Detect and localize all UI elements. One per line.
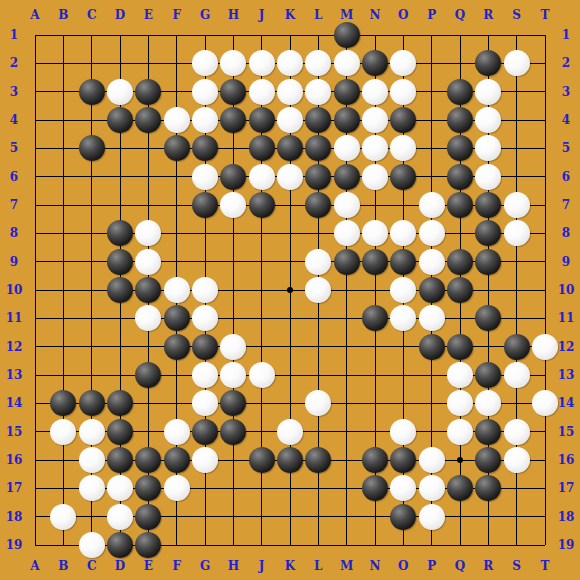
intersection-B7[interactable]	[49, 191, 77, 219]
intersection-J8[interactable]	[247, 219, 275, 247]
intersection-L8[interactable]	[304, 219, 332, 247]
intersection-Q4[interactable]	[446, 106, 474, 134]
intersection-B11[interactable]	[49, 304, 77, 332]
intersection-T4[interactable]	[531, 106, 559, 134]
intersection-C8[interactable]	[77, 219, 105, 247]
intersection-L4[interactable]	[304, 106, 332, 134]
intersection-C7[interactable]	[77, 191, 105, 219]
intersection-M5[interactable]	[332, 134, 360, 162]
intersection-L13[interactable]	[304, 361, 332, 389]
intersection-E5[interactable]	[134, 134, 162, 162]
intersection-O15[interactable]	[389, 417, 417, 445]
intersection-L5[interactable]	[304, 134, 332, 162]
intersection-K13[interactable]	[276, 361, 304, 389]
intersection-S15[interactable]	[502, 417, 530, 445]
intersection-H17[interactable]	[219, 474, 247, 502]
intersection-J11[interactable]	[247, 304, 275, 332]
intersection-R10[interactable]	[474, 276, 502, 304]
intersection-R4[interactable]	[474, 106, 502, 134]
intersection-H9[interactable]	[219, 247, 247, 275]
intersection-Q10[interactable]	[446, 276, 474, 304]
intersection-J4[interactable]	[247, 106, 275, 134]
intersection-L1[interactable]	[304, 21, 332, 49]
intersection-M4[interactable]	[332, 106, 360, 134]
intersection-E15[interactable]	[134, 417, 162, 445]
intersection-K9[interactable]	[276, 247, 304, 275]
intersection-O13[interactable]	[389, 361, 417, 389]
intersection-E19[interactable]	[134, 531, 162, 559]
intersection-H19[interactable]	[219, 531, 247, 559]
intersection-R9[interactable]	[474, 247, 502, 275]
intersection-A13[interactable]	[21, 361, 49, 389]
intersection-N6[interactable]	[361, 162, 389, 190]
intersection-A2[interactable]	[21, 49, 49, 77]
intersection-C12[interactable]	[77, 332, 105, 360]
intersection-J18[interactable]	[247, 502, 275, 530]
intersection-B9[interactable]	[49, 247, 77, 275]
intersection-K8[interactable]	[276, 219, 304, 247]
intersection-G4[interactable]	[191, 106, 219, 134]
intersection-L15[interactable]	[304, 417, 332, 445]
intersection-L12[interactable]	[304, 332, 332, 360]
intersection-A8[interactable]	[21, 219, 49, 247]
intersection-M1[interactable]	[332, 21, 360, 49]
intersection-N4[interactable]	[361, 106, 389, 134]
intersection-L16[interactable]	[304, 446, 332, 474]
intersection-B15[interactable]	[49, 417, 77, 445]
intersection-A15[interactable]	[21, 417, 49, 445]
intersection-H5[interactable]	[219, 134, 247, 162]
intersection-O19[interactable]	[389, 531, 417, 559]
intersection-N11[interactable]	[361, 304, 389, 332]
intersection-P8[interactable]	[417, 219, 445, 247]
intersection-A10[interactable]	[21, 276, 49, 304]
intersection-K5[interactable]	[276, 134, 304, 162]
intersection-H1[interactable]	[219, 21, 247, 49]
intersection-H2[interactable]	[219, 49, 247, 77]
intersection-Q5[interactable]	[446, 134, 474, 162]
intersection-S3[interactable]	[502, 77, 530, 105]
intersection-S7[interactable]	[502, 191, 530, 219]
intersection-R11[interactable]	[474, 304, 502, 332]
intersection-C17[interactable]	[77, 474, 105, 502]
intersection-R7[interactable]	[474, 191, 502, 219]
intersection-H7[interactable]	[219, 191, 247, 219]
intersection-C2[interactable]	[77, 49, 105, 77]
intersection-S5[interactable]	[502, 134, 530, 162]
intersection-N3[interactable]	[361, 77, 389, 105]
intersection-T13[interactable]	[531, 361, 559, 389]
intersection-F3[interactable]	[162, 77, 190, 105]
intersection-D16[interactable]	[106, 446, 134, 474]
intersection-P4[interactable]	[417, 106, 445, 134]
intersection-B12[interactable]	[49, 332, 77, 360]
intersection-G5[interactable]	[191, 134, 219, 162]
intersection-O6[interactable]	[389, 162, 417, 190]
intersection-N12[interactable]	[361, 332, 389, 360]
intersection-H11[interactable]	[219, 304, 247, 332]
intersection-N10[interactable]	[361, 276, 389, 304]
intersection-M11[interactable]	[332, 304, 360, 332]
intersection-N2[interactable]	[361, 49, 389, 77]
intersection-S16[interactable]	[502, 446, 530, 474]
intersection-P7[interactable]	[417, 191, 445, 219]
intersection-M14[interactable]	[332, 389, 360, 417]
intersection-J19[interactable]	[247, 531, 275, 559]
intersection-C10[interactable]	[77, 276, 105, 304]
intersection-G3[interactable]	[191, 77, 219, 105]
intersection-L10[interactable]	[304, 276, 332, 304]
intersection-H14[interactable]	[219, 389, 247, 417]
intersection-L7[interactable]	[304, 191, 332, 219]
intersection-F14[interactable]	[162, 389, 190, 417]
intersection-P18[interactable]	[417, 502, 445, 530]
intersection-G16[interactable]	[191, 446, 219, 474]
intersection-B14[interactable]	[49, 389, 77, 417]
intersection-K6[interactable]	[276, 162, 304, 190]
intersection-C15[interactable]	[77, 417, 105, 445]
intersection-Q13[interactable]	[446, 361, 474, 389]
intersection-C5[interactable]	[77, 134, 105, 162]
intersection-S19[interactable]	[502, 531, 530, 559]
intersection-R8[interactable]	[474, 219, 502, 247]
intersection-Q2[interactable]	[446, 49, 474, 77]
intersection-D1[interactable]	[106, 21, 134, 49]
intersection-L17[interactable]	[304, 474, 332, 502]
intersection-J16[interactable]	[247, 446, 275, 474]
intersection-D11[interactable]	[106, 304, 134, 332]
intersection-F16[interactable]	[162, 446, 190, 474]
intersection-J12[interactable]	[247, 332, 275, 360]
intersection-E8[interactable]	[134, 219, 162, 247]
intersection-Q12[interactable]	[446, 332, 474, 360]
intersection-K2[interactable]	[276, 49, 304, 77]
intersection-R2[interactable]	[474, 49, 502, 77]
intersection-Q17[interactable]	[446, 474, 474, 502]
intersection-A12[interactable]	[21, 332, 49, 360]
intersection-P13[interactable]	[417, 361, 445, 389]
intersection-Q9[interactable]	[446, 247, 474, 275]
intersection-B8[interactable]	[49, 219, 77, 247]
intersection-M10[interactable]	[332, 276, 360, 304]
intersection-J6[interactable]	[247, 162, 275, 190]
intersection-N19[interactable]	[361, 531, 389, 559]
intersection-T16[interactable]	[531, 446, 559, 474]
intersection-J15[interactable]	[247, 417, 275, 445]
intersection-Q14[interactable]	[446, 389, 474, 417]
intersection-D12[interactable]	[106, 332, 134, 360]
intersection-Q11[interactable]	[446, 304, 474, 332]
intersection-D5[interactable]	[106, 134, 134, 162]
intersection-T2[interactable]	[531, 49, 559, 77]
intersection-R5[interactable]	[474, 134, 502, 162]
intersection-C18[interactable]	[77, 502, 105, 530]
intersection-M18[interactable]	[332, 502, 360, 530]
intersection-Q8[interactable]	[446, 219, 474, 247]
intersection-K11[interactable]	[276, 304, 304, 332]
intersection-T17[interactable]	[531, 474, 559, 502]
intersection-A11[interactable]	[21, 304, 49, 332]
intersection-N17[interactable]	[361, 474, 389, 502]
intersection-D15[interactable]	[106, 417, 134, 445]
intersection-T7[interactable]	[531, 191, 559, 219]
intersection-N9[interactable]	[361, 247, 389, 275]
intersection-C4[interactable]	[77, 106, 105, 134]
intersection-L19[interactable]	[304, 531, 332, 559]
intersection-E16[interactable]	[134, 446, 162, 474]
intersection-H10[interactable]	[219, 276, 247, 304]
intersection-K14[interactable]	[276, 389, 304, 417]
intersection-K15[interactable]	[276, 417, 304, 445]
intersection-S1[interactable]	[502, 21, 530, 49]
intersection-P6[interactable]	[417, 162, 445, 190]
intersection-A3[interactable]	[21, 77, 49, 105]
intersection-G8[interactable]	[191, 219, 219, 247]
intersection-T19[interactable]	[531, 531, 559, 559]
intersection-E7[interactable]	[134, 191, 162, 219]
intersection-Q7[interactable]	[446, 191, 474, 219]
intersection-F13[interactable]	[162, 361, 190, 389]
intersection-M3[interactable]	[332, 77, 360, 105]
intersection-R19[interactable]	[474, 531, 502, 559]
intersection-T1[interactable]	[531, 21, 559, 49]
intersection-D7[interactable]	[106, 191, 134, 219]
intersection-J5[interactable]	[247, 134, 275, 162]
intersection-M12[interactable]	[332, 332, 360, 360]
intersection-N1[interactable]	[361, 21, 389, 49]
intersection-O10[interactable]	[389, 276, 417, 304]
intersection-K16[interactable]	[276, 446, 304, 474]
intersection-G14[interactable]	[191, 389, 219, 417]
intersection-M7[interactable]	[332, 191, 360, 219]
intersection-S4[interactable]	[502, 106, 530, 134]
intersection-K4[interactable]	[276, 106, 304, 134]
intersection-O5[interactable]	[389, 134, 417, 162]
intersection-S10[interactable]	[502, 276, 530, 304]
intersection-F6[interactable]	[162, 162, 190, 190]
intersection-N13[interactable]	[361, 361, 389, 389]
intersection-G2[interactable]	[191, 49, 219, 77]
intersection-A16[interactable]	[21, 446, 49, 474]
intersection-M8[interactable]	[332, 219, 360, 247]
intersection-S11[interactable]	[502, 304, 530, 332]
intersection-G18[interactable]	[191, 502, 219, 530]
intersection-P19[interactable]	[417, 531, 445, 559]
intersection-E14[interactable]	[134, 389, 162, 417]
intersection-J13[interactable]	[247, 361, 275, 389]
intersection-D9[interactable]	[106, 247, 134, 275]
intersection-T5[interactable]	[531, 134, 559, 162]
intersection-M19[interactable]	[332, 531, 360, 559]
intersection-R3[interactable]	[474, 77, 502, 105]
intersection-E11[interactable]	[134, 304, 162, 332]
intersection-C3[interactable]	[77, 77, 105, 105]
intersection-F1[interactable]	[162, 21, 190, 49]
intersection-H4[interactable]	[219, 106, 247, 134]
intersection-G6[interactable]	[191, 162, 219, 190]
intersection-G9[interactable]	[191, 247, 219, 275]
intersection-L18[interactable]	[304, 502, 332, 530]
intersection-D19[interactable]	[106, 531, 134, 559]
intersection-Q19[interactable]	[446, 531, 474, 559]
intersection-E2[interactable]	[134, 49, 162, 77]
intersection-D6[interactable]	[106, 162, 134, 190]
intersection-E12[interactable]	[134, 332, 162, 360]
intersection-A19[interactable]	[21, 531, 49, 559]
intersection-A1[interactable]	[21, 21, 49, 49]
intersection-H6[interactable]	[219, 162, 247, 190]
intersection-T8[interactable]	[531, 219, 559, 247]
intersection-T3[interactable]	[531, 77, 559, 105]
intersection-R18[interactable]	[474, 502, 502, 530]
intersection-N14[interactable]	[361, 389, 389, 417]
intersection-B17[interactable]	[49, 474, 77, 502]
intersection-Q3[interactable]	[446, 77, 474, 105]
intersection-O1[interactable]	[389, 21, 417, 49]
intersection-H8[interactable]	[219, 219, 247, 247]
intersection-O18[interactable]	[389, 502, 417, 530]
intersection-B10[interactable]	[49, 276, 77, 304]
intersection-N7[interactable]	[361, 191, 389, 219]
intersection-G19[interactable]	[191, 531, 219, 559]
intersection-J2[interactable]	[247, 49, 275, 77]
intersection-E18[interactable]	[134, 502, 162, 530]
intersection-O14[interactable]	[389, 389, 417, 417]
intersection-B2[interactable]	[49, 49, 77, 77]
intersection-P14[interactable]	[417, 389, 445, 417]
intersection-T18[interactable]	[531, 502, 559, 530]
intersection-B1[interactable]	[49, 21, 77, 49]
intersection-B3[interactable]	[49, 77, 77, 105]
intersection-T11[interactable]	[531, 304, 559, 332]
intersection-J17[interactable]	[247, 474, 275, 502]
intersection-L3[interactable]	[304, 77, 332, 105]
intersection-P11[interactable]	[417, 304, 445, 332]
intersection-M2[interactable]	[332, 49, 360, 77]
intersection-D4[interactable]	[106, 106, 134, 134]
intersection-C13[interactable]	[77, 361, 105, 389]
intersection-O3[interactable]	[389, 77, 417, 105]
intersection-T6[interactable]	[531, 162, 559, 190]
intersection-F19[interactable]	[162, 531, 190, 559]
intersection-M15[interactable]	[332, 417, 360, 445]
intersection-E3[interactable]	[134, 77, 162, 105]
intersection-B4[interactable]	[49, 106, 77, 134]
intersection-A6[interactable]	[21, 162, 49, 190]
intersection-L9[interactable]	[304, 247, 332, 275]
intersection-K12[interactable]	[276, 332, 304, 360]
intersection-T14[interactable]	[531, 389, 559, 417]
intersection-J3[interactable]	[247, 77, 275, 105]
intersection-N5[interactable]	[361, 134, 389, 162]
intersection-M9[interactable]	[332, 247, 360, 275]
intersection-G17[interactable]	[191, 474, 219, 502]
intersection-K7[interactable]	[276, 191, 304, 219]
intersection-F4[interactable]	[162, 106, 190, 134]
intersection-P5[interactable]	[417, 134, 445, 162]
intersection-G1[interactable]	[191, 21, 219, 49]
intersection-L11[interactable]	[304, 304, 332, 332]
intersection-G13[interactable]	[191, 361, 219, 389]
intersection-P16[interactable]	[417, 446, 445, 474]
intersection-T12[interactable]	[531, 332, 559, 360]
intersection-J1[interactable]	[247, 21, 275, 49]
intersection-H3[interactable]	[219, 77, 247, 105]
intersection-R12[interactable]	[474, 332, 502, 360]
intersection-N8[interactable]	[361, 219, 389, 247]
intersection-M6[interactable]	[332, 162, 360, 190]
intersection-L14[interactable]	[304, 389, 332, 417]
intersection-N16[interactable]	[361, 446, 389, 474]
intersection-F11[interactable]	[162, 304, 190, 332]
intersection-O8[interactable]	[389, 219, 417, 247]
intersection-S18[interactable]	[502, 502, 530, 530]
intersection-S2[interactable]	[502, 49, 530, 77]
intersection-B5[interactable]	[49, 134, 77, 162]
intersection-P3[interactable]	[417, 77, 445, 105]
intersection-M16[interactable]	[332, 446, 360, 474]
intersection-C19[interactable]	[77, 531, 105, 559]
intersection-Q16[interactable]	[446, 446, 474, 474]
intersection-D13[interactable]	[106, 361, 134, 389]
intersection-D8[interactable]	[106, 219, 134, 247]
intersection-B16[interactable]	[49, 446, 77, 474]
intersection-A5[interactable]	[21, 134, 49, 162]
intersection-B13[interactable]	[49, 361, 77, 389]
intersection-J10[interactable]	[247, 276, 275, 304]
intersection-E17[interactable]	[134, 474, 162, 502]
intersection-E13[interactable]	[134, 361, 162, 389]
intersection-E9[interactable]	[134, 247, 162, 275]
intersection-F7[interactable]	[162, 191, 190, 219]
intersection-B19[interactable]	[49, 531, 77, 559]
intersection-R15[interactable]	[474, 417, 502, 445]
intersection-M13[interactable]	[332, 361, 360, 389]
intersection-O12[interactable]	[389, 332, 417, 360]
intersection-H16[interactable]	[219, 446, 247, 474]
intersection-H12[interactable]	[219, 332, 247, 360]
intersection-R1[interactable]	[474, 21, 502, 49]
intersection-O4[interactable]	[389, 106, 417, 134]
intersection-A9[interactable]	[21, 247, 49, 275]
intersection-A18[interactable]	[21, 502, 49, 530]
intersection-L2[interactable]	[304, 49, 332, 77]
intersection-P1[interactable]	[417, 21, 445, 49]
intersection-C9[interactable]	[77, 247, 105, 275]
intersection-J7[interactable]	[247, 191, 275, 219]
intersection-F12[interactable]	[162, 332, 190, 360]
intersection-S9[interactable]	[502, 247, 530, 275]
intersection-H18[interactable]	[219, 502, 247, 530]
intersection-G10[interactable]	[191, 276, 219, 304]
intersection-F2[interactable]	[162, 49, 190, 77]
intersection-G15[interactable]	[191, 417, 219, 445]
intersection-P2[interactable]	[417, 49, 445, 77]
intersection-Q1[interactable]	[446, 21, 474, 49]
intersection-S6[interactable]	[502, 162, 530, 190]
intersection-G12[interactable]	[191, 332, 219, 360]
intersection-F18[interactable]	[162, 502, 190, 530]
intersection-K10[interactable]	[276, 276, 304, 304]
intersection-F8[interactable]	[162, 219, 190, 247]
intersection-E6[interactable]	[134, 162, 162, 190]
intersection-B18[interactable]	[49, 502, 77, 530]
intersection-A14[interactable]	[21, 389, 49, 417]
intersection-D3[interactable]	[106, 77, 134, 105]
intersection-K19[interactable]	[276, 531, 304, 559]
intersection-P17[interactable]	[417, 474, 445, 502]
intersection-Q6[interactable]	[446, 162, 474, 190]
